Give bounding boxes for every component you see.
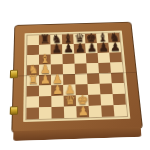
square-g6 xyxy=(98,53,111,63)
square-g2 xyxy=(100,94,113,105)
square-h5 xyxy=(110,62,123,73)
square-d5 xyxy=(63,64,75,75)
square-d2: ♛ xyxy=(64,95,77,106)
brass-clasp-icon xyxy=(10,106,19,115)
white-pawn: ♟ xyxy=(52,84,63,97)
square-a2 xyxy=(27,96,39,107)
square-h6 xyxy=(109,52,122,62)
square-b2 xyxy=(39,96,51,107)
square-e5 xyxy=(75,63,87,74)
square-d6 xyxy=(62,54,74,64)
square-h1 xyxy=(114,105,127,117)
square-b1 xyxy=(39,107,52,119)
white-pawn: ♟ xyxy=(39,73,50,85)
square-c3: ♟ xyxy=(51,85,63,96)
square-h4 xyxy=(111,73,124,84)
square-g4 xyxy=(99,73,112,84)
brass-hinge-icon xyxy=(10,69,18,78)
white-pawn: ♟ xyxy=(77,105,89,118)
square-f7: ♟ xyxy=(85,43,97,53)
board-front-edge xyxy=(13,127,142,141)
chess-board-grid: ♜♞♝♛♚♝♞♟♟♟♟♟♟♝♞♟♜♟♟♟♟♛♚♟ xyxy=(26,33,127,119)
square-a8 xyxy=(27,35,39,45)
square-e1: ♟ xyxy=(76,106,89,118)
board-border-strip: ♜♞♝♛♚♝♞♟♟♟♟♟♟♝♞♟♜♟♟♟♟♛♚♟ xyxy=(23,31,130,123)
folding-wooden-chess-board: ♜♞♝♛♚♝♞♟♟♟♟♟♟♝♞♟♜♟♟♟♟♛♚♟ xyxy=(11,22,143,133)
square-c1 xyxy=(51,107,64,119)
black-pawn: ♟ xyxy=(98,41,109,53)
white-queen: ♛ xyxy=(64,94,76,107)
black-pawn: ♟ xyxy=(51,43,62,55)
square-h7: ♟ xyxy=(109,43,121,53)
square-d1 xyxy=(64,106,77,118)
square-e6 xyxy=(74,53,86,63)
square-g3 xyxy=(100,83,113,94)
square-f2 xyxy=(88,95,101,106)
square-g7: ♟ xyxy=(97,43,109,53)
black-pawn: ♟ xyxy=(109,41,120,53)
square-g5 xyxy=(98,63,111,74)
square-f5 xyxy=(86,63,99,74)
square-a7 xyxy=(27,45,39,55)
black-pawn: ♟ xyxy=(86,42,97,54)
square-c2 xyxy=(51,96,64,107)
square-b8: ♜ xyxy=(39,35,51,45)
square-c6 xyxy=(51,54,63,64)
square-g1 xyxy=(101,105,114,117)
square-a3 xyxy=(27,86,39,97)
chess-set-photo: ♜♞♝♛♚♝♞♟♟♟♟♟♟♝♞♟♜♟♟♟♟♛♚♟ xyxy=(0,0,150,150)
square-d7: ♟ xyxy=(62,44,74,54)
square-f4 xyxy=(87,73,100,84)
square-f3 xyxy=(88,84,101,95)
square-e7: ♟ xyxy=(74,44,86,54)
square-h3 xyxy=(112,83,125,94)
square-b3 xyxy=(39,85,51,96)
square-h2 xyxy=(113,94,126,105)
square-f1 xyxy=(89,105,102,117)
square-a1 xyxy=(26,107,39,119)
square-a4: ♜ xyxy=(27,75,39,86)
square-b4: ♟ xyxy=(39,75,51,86)
square-f6 xyxy=(86,53,98,63)
square-e4 xyxy=(75,74,88,85)
square-c7: ♟ xyxy=(51,44,63,54)
black-pawn: ♟ xyxy=(63,42,74,54)
black-pawn: ♟ xyxy=(74,42,85,54)
white-rook: ♜ xyxy=(27,74,38,86)
black-rook: ♜ xyxy=(39,33,50,45)
